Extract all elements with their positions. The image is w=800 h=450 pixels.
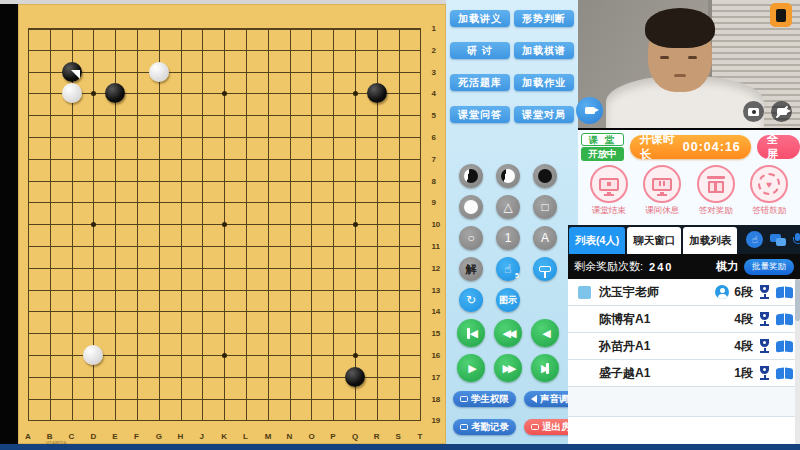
card-icon — [460, 424, 468, 430]
skip-to-end-button[interactable]: ▶ — [531, 354, 559, 382]
grid-line — [28, 333, 421, 334]
rank-label: 4段 — [734, 338, 753, 355]
go-stone-black-R4[interactable] — [367, 83, 387, 103]
triangle-glyph: ▶ — [468, 363, 473, 374]
playback-control-grid: ◀◀◀◀▶▶▶▶ — [457, 319, 559, 382]
tool-glyph: □ — [541, 201, 548, 213]
teacher-video-feed — [578, 0, 800, 128]
letter-marker-tool[interactable]: A — [533, 226, 557, 250]
tool-glyph: A — [541, 232, 549, 244]
row-label: 11 — [431, 242, 439, 251]
row-label: 1 — [431, 24, 435, 33]
tool-glyph: 1 — [505, 232, 512, 244]
class-timer: 开课时长 00:04:16 — [630, 135, 751, 159]
attendance-record-button-label: 考勤记录 — [471, 421, 509, 434]
column-label: C — [69, 432, 75, 441]
star-point — [353, 91, 358, 96]
star-point — [353, 353, 358, 358]
reward-counter-label: 剩余奖励次数: — [574, 259, 643, 274]
star-point — [222, 91, 227, 96]
gift-icon — [697, 165, 735, 203]
go-board[interactable]: ABCDEFGHJKLMNOPQRST123456789101112131415… — [18, 4, 446, 444]
roster-row-0[interactable]: 沈玉宇老师6段 — [568, 279, 800, 306]
row-label: 17 — [431, 373, 440, 382]
trophy-icon[interactable] — [758, 285, 771, 299]
menu-button-5[interactable]: 加载作业 — [514, 74, 574, 91]
book-icon[interactable] — [776, 286, 792, 298]
tool-glyph: 解 — [466, 264, 477, 275]
go-stone-black-Q17[interactable] — [345, 367, 365, 387]
roster-scrollbar[interactable] — [795, 279, 800, 450]
tool-glyph: ↻ — [466, 294, 476, 306]
fast-rewind-button[interactable]: ◀◀ — [494, 319, 522, 347]
tool-panel: 加载讲义形势判断研 讨加载棋谱死活题库加载作业课堂问答课堂对局 △□○1A解☝5… — [446, 0, 578, 444]
person-avatar-icon — [715, 285, 729, 299]
grid-line — [28, 420, 421, 421]
menu-button-3[interactable]: 加载棋谱 — [514, 42, 574, 59]
column-label: G — [156, 432, 162, 441]
grid-line — [311, 28, 312, 421]
star-point — [91, 91, 96, 96]
book-icon[interactable] — [776, 367, 792, 379]
column-label: Q — [352, 432, 358, 441]
go-stone-white-D16[interactable] — [83, 345, 103, 365]
play-button[interactable]: ▶ — [457, 354, 485, 382]
square-marker-tool[interactable]: □ — [533, 195, 557, 219]
row-label: 5 — [431, 111, 435, 120]
column-label: R — [374, 432, 380, 441]
trophy-icon[interactable] — [758, 339, 771, 353]
row-label: 9 — [431, 198, 435, 207]
fast-forward-button[interactable]: ▶▶ — [494, 354, 522, 382]
go-stone-black-E4[interactable] — [105, 83, 125, 103]
timer-label: 开课时长 — [640, 132, 678, 162]
monitor-glyph — [599, 178, 619, 191]
row-label: 2 — [431, 46, 435, 55]
book-icon[interactable] — [776, 313, 792, 325]
grid-line — [420, 28, 421, 421]
monitor-pause-glyph — [652, 178, 672, 191]
menu-button-1[interactable]: 形势判断 — [514, 10, 574, 27]
wrong-encourage-button[interactable]: ♥答错鼓励 — [744, 165, 794, 225]
column-label: O — [308, 432, 314, 441]
tab-icons: ☝ — [746, 225, 800, 254]
snapshot-icon[interactable] — [743, 101, 764, 122]
reward-counter-value: 240 — [649, 261, 673, 273]
row-label: 8 — [431, 177, 435, 186]
eye — [688, 56, 697, 59]
menu-button-grid: 加载讲义形势判断研 讨加载棋谱死活题库加载作业课堂问答课堂对局 — [450, 10, 574, 123]
menu-button-7[interactable]: 课堂对局 — [514, 106, 574, 123]
roster-row-3[interactable]: 盛子越A11段 — [568, 360, 800, 387]
row-label: 10 — [431, 220, 440, 229]
row-label: 18 — [431, 395, 440, 404]
column-label: A — [25, 432, 31, 441]
triangle-glyph: ◀ — [542, 328, 547, 339]
mouth — [674, 74, 686, 77]
menu-button-2[interactable]: 研 讨 — [450, 42, 510, 59]
grid-line — [246, 28, 247, 421]
badge-5: 5 — [515, 272, 519, 279]
open-badge: 开放中 — [581, 147, 624, 161]
chat-bubbles-icon[interactable] — [770, 234, 786, 246]
status-row: 课 堂 开放中 开课时长 00:04:16 全屏 — [578, 130, 800, 163]
column-label: N — [287, 432, 293, 441]
circle-marker-tool[interactable]: ○ — [459, 226, 483, 250]
tabs: 列表(4人)聊天窗口加载列表 — [568, 225, 738, 254]
raise-hand-icon[interactable]: ☝ — [746, 231, 763, 248]
grid-line — [268, 28, 269, 421]
diagram-tool[interactable]: 图示 — [496, 288, 520, 312]
teacher-hair — [645, 8, 715, 48]
empty-row-stripe — [568, 387, 800, 417]
row-label: 6 — [431, 133, 435, 142]
roster-row-2[interactable]: 孙苗丹A14段 — [568, 333, 800, 360]
column-label: D — [90, 432, 96, 441]
fullscreen-button[interactable]: 全屏 — [757, 135, 800, 159]
camera-off-icon[interactable] — [771, 101, 792, 122]
tab-bar: 列表(4人)聊天窗口加载列表 ☝ — [568, 225, 800, 254]
timer-value: 00:04:16 — [683, 140, 741, 154]
batch-reward-button[interactable]: 批量奖励 — [744, 259, 794, 275]
class-end-button-label: 课堂结束 — [592, 205, 626, 217]
alt-stone-white-black-tool[interactable] — [496, 164, 520, 188]
row-label: 3 — [431, 68, 435, 77]
roster-name: 陈博宥A1 — [599, 311, 650, 328]
number-marker-tool[interactable]: 1 — [496, 226, 520, 250]
grid-line — [333, 28, 334, 421]
exit-icon — [531, 424, 539, 430]
seal-glyph: ♥ — [758, 173, 780, 195]
tool-glyph: △ — [503, 201, 512, 213]
stone-glyph — [464, 169, 478, 183]
roster-name: 沈玉宇老师 — [599, 284, 659, 301]
column-label: H — [178, 432, 184, 441]
roster-name: 盛子越A1 — [599, 365, 650, 382]
stone-glyph — [501, 169, 515, 183]
record-inner — [776, 9, 786, 22]
gift-glyph — [708, 181, 724, 193]
roster-name: 孙苗丹A1 — [599, 338, 650, 355]
black-stone-tool[interactable] — [533, 164, 557, 188]
refresh-tool[interactable]: ↻ — [459, 288, 483, 312]
go-stone-black-C3[interactable] — [62, 62, 82, 82]
tool-glyph: ○ — [467, 232, 474, 244]
alt-stone-black-white-tool[interactable] — [459, 164, 483, 188]
column-label: P — [330, 432, 335, 441]
roster-list: 沈玉宇老师6段陈博宥A14段孙苗丹A14段盛子越A11段 — [568, 279, 800, 450]
rank-label: 6段 — [734, 284, 753, 301]
eye — [660, 56, 669, 59]
tool-glyph: ☝ — [504, 263, 511, 275]
trophy-icon[interactable] — [758, 312, 771, 326]
tab-0[interactable]: 列表(4人) — [569, 227, 625, 254]
camera-icon — [460, 396, 468, 402]
stone-glyph — [538, 169, 552, 183]
scrollbar-thumb[interactable] — [795, 279, 800, 321]
row-label: 4 — [431, 89, 435, 98]
triangle-glyph: ◀◀ — [503, 328, 514, 339]
hand-pointer-tool[interactable]: ☝5 — [496, 257, 520, 281]
camera-toggle-icon[interactable] — [576, 97, 603, 124]
grid-line — [28, 399, 421, 400]
bar-glyph — [546, 363, 549, 374]
row-label: 7 — [431, 155, 435, 164]
class-end-button[interactable]: 课堂结束 — [584, 165, 634, 225]
triangle-marker-tool[interactable]: △ — [496, 195, 520, 219]
bottom-bar — [0, 444, 800, 450]
tool-glyph: 图示 — [499, 296, 517, 305]
white-stone-tool[interactable] — [459, 195, 483, 219]
star-point — [91, 222, 96, 227]
correct-reward-button[interactable]: 答对奖励 — [691, 165, 741, 225]
star-point — [222, 353, 227, 358]
row-label: 14 — [431, 307, 440, 316]
stone-glyph — [464, 200, 478, 214]
camcorder-glyph — [585, 107, 595, 114]
roster-row-right: 6段 — [715, 284, 792, 301]
skip-to-start-button[interactable]: ◀ — [457, 319, 485, 347]
column-label: E — [112, 432, 117, 441]
annotation-tool-grid: △□○1A解☝5↻图示 — [459, 164, 557, 312]
grid-line — [28, 311, 421, 312]
rank-label: 4段 — [734, 311, 753, 328]
attendance-record-button[interactable]: 考勤记录 — [453, 419, 516, 435]
grid-line — [28, 290, 421, 291]
student-permission-button[interactable]: 学生权限 — [453, 391, 516, 407]
paint-roller-tool[interactable] — [533, 257, 557, 281]
microphone-icon[interactable] — [793, 233, 800, 247]
column-label: M — [265, 432, 272, 441]
roster-row-right: 1段 — [734, 365, 792, 382]
roster-panel: 列表(4人)聊天窗口加载列表 ☝ 剩余奖励次数: 240 棋力 批量奖励 沈玉宇… — [568, 225, 800, 450]
app-window: ABCDEFGHJKLMNOPQRST123456789101112131415… — [0, 0, 800, 450]
menu-button-6[interactable]: 课堂问答 — [450, 106, 510, 123]
row-label: 13 — [431, 286, 440, 295]
reward-row: 课堂结束课间休息答对奖励♥答错鼓励 — [578, 163, 800, 225]
column-label: S — [396, 432, 401, 441]
rank-label: 1段 — [734, 365, 753, 382]
folder-icon — [578, 286, 591, 299]
row-label: 19 — [431, 416, 440, 425]
column-label: T — [417, 432, 422, 441]
roster-row-1[interactable]: 陈博宥A14段 — [568, 306, 800, 333]
tab-2[interactable]: 加载列表 — [683, 227, 737, 254]
roster-row-right: 4段 — [734, 338, 792, 355]
menu-button-4[interactable]: 死活题库 — [450, 74, 510, 91]
monitor-icon — [590, 165, 628, 203]
grid-line — [399, 28, 400, 421]
reward-counter-bar: 剩余奖励次数: 240 棋力 批量奖励 — [568, 254, 800, 279]
grid-line — [290, 28, 291, 421]
student-permission-button-label: 学生权限 — [471, 393, 509, 406]
column-label: K — [221, 432, 227, 441]
triangle-glyph: ▶▶ — [503, 363, 514, 374]
class-break-button[interactable]: 课间休息 — [637, 165, 687, 225]
photo-camera-glyph — [748, 108, 759, 116]
pill-row-1: 学生权限声音调节 — [453, 391, 585, 407]
class-badge-label: 课 堂 — [581, 133, 624, 146]
menu-button-0[interactable]: 加载讲义 — [450, 10, 510, 27]
grid-line — [28, 246, 421, 247]
tab-1[interactable]: 聊天窗口 — [627, 227, 681, 254]
column-label: L — [243, 432, 248, 441]
roster-row-right: 4段 — [734, 311, 792, 328]
column-label: F — [134, 432, 139, 441]
roller-glyph — [539, 266, 551, 272]
book-icon[interactable] — [776, 340, 792, 352]
class-status-badge: 课 堂 开放中 — [581, 133, 624, 161]
last-move-triangle-marker — [71, 70, 80, 79]
go-stone-white-G3[interactable] — [149, 62, 169, 82]
star-point — [353, 222, 358, 227]
class-break-button-label: 课间休息 — [645, 205, 679, 217]
monitor-pause-icon — [643, 165, 681, 203]
trophy-icon[interactable] — [758, 366, 771, 380]
grid-line — [28, 268, 421, 269]
column-label: J — [199, 432, 203, 441]
star-point — [222, 222, 227, 227]
answer-tool[interactable]: 解 — [459, 257, 483, 281]
row-label: 12 — [431, 264, 440, 273]
triangle-glyph: ◀ — [470, 328, 475, 339]
seal-icon: ♥ — [750, 165, 788, 203]
strength-label: 棋力 — [716, 259, 738, 274]
wrong-encourage-button-label: 答错鼓励 — [752, 205, 786, 217]
record-icon[interactable] — [770, 3, 792, 27]
go-stone-white-C4[interactable] — [62, 83, 82, 103]
step-back-button[interactable]: ◀ — [531, 319, 559, 347]
row-label: 16 — [431, 351, 440, 360]
pill-row-2: 考勤记录退出房间 — [453, 419, 587, 435]
correct-reward-button-label: 答对奖励 — [699, 205, 733, 217]
speaker-icon — [531, 395, 537, 403]
row-label: 15 — [431, 329, 440, 338]
